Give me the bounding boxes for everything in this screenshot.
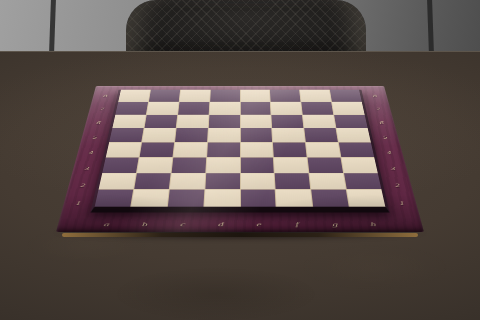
- square-c7[interactable]: [178, 102, 209, 114]
- file-label-a: a: [87, 220, 127, 228]
- square-g3[interactable]: [308, 157, 343, 172]
- square-a2[interactable]: [99, 173, 136, 189]
- file-label-g: g: [316, 220, 355, 228]
- square-f3[interactable]: [274, 157, 308, 172]
- square-a3[interactable]: [102, 157, 138, 172]
- file-labels-bottom: abcdefgh: [87, 220, 393, 228]
- square-g6[interactable]: [303, 115, 336, 128]
- square-b8[interactable]: [149, 90, 180, 102]
- board-frame: 87654321 87654321 abcdefgh: [56, 86, 424, 232]
- square-f7[interactable]: [271, 102, 302, 114]
- square-h5[interactable]: [337, 128, 371, 142]
- file-label-b: b: [125, 220, 164, 228]
- file-label-c: c: [163, 220, 202, 228]
- square-h3[interactable]: [341, 157, 377, 172]
- rank-label-right-8: 8: [365, 90, 386, 103]
- square-f5[interactable]: [272, 128, 305, 142]
- square-g5[interactable]: [304, 128, 338, 142]
- square-c6[interactable]: [176, 115, 208, 128]
- square-a4[interactable]: [106, 143, 141, 157]
- square-f1[interactable]: [276, 190, 312, 207]
- square-d8[interactable]: [210, 90, 240, 102]
- square-e8[interactable]: [240, 90, 270, 102]
- square-c4[interactable]: [173, 143, 207, 157]
- board-platform: [90, 90, 389, 213]
- chair-back: [126, 0, 366, 53]
- square-g1[interactable]: [311, 190, 348, 207]
- rank-label-left-6: 6: [87, 116, 109, 130]
- file-label-f: f: [278, 220, 317, 228]
- rank-label-left-8: 8: [95, 90, 116, 103]
- square-h2[interactable]: [344, 173, 381, 189]
- square-b6[interactable]: [144, 115, 177, 128]
- square-f4[interactable]: [273, 143, 307, 157]
- square-b5[interactable]: [142, 128, 176, 142]
- square-h4[interactable]: [339, 143, 374, 157]
- square-b1[interactable]: [131, 190, 168, 207]
- photo-scene: 87654321 87654321 abcdefgh: [0, 0, 480, 320]
- square-a8[interactable]: [118, 90, 150, 102]
- rank-label-right-3: 3: [381, 160, 405, 176]
- square-e1[interactable]: [240, 190, 275, 207]
- rank-label-left-1: 1: [65, 194, 91, 212]
- square-d6[interactable]: [208, 115, 239, 128]
- rank-label-left-3: 3: [75, 160, 99, 176]
- rank-label-left-7: 7: [91, 102, 112, 115]
- rank-label-right-7: 7: [368, 102, 389, 115]
- square-d3[interactable]: [206, 157, 240, 172]
- chessboard: 87654321 87654321 abcdefgh: [56, 86, 424, 232]
- square-h7[interactable]: [332, 102, 365, 114]
- file-label-d: d: [202, 220, 240, 228]
- square-c8[interactable]: [179, 90, 209, 102]
- file-label-h: h: [353, 220, 393, 228]
- file-label-e: e: [240, 220, 278, 228]
- square-h1[interactable]: [347, 190, 385, 207]
- square-d7[interactable]: [209, 102, 239, 114]
- rank-label-right-1: 1: [389, 194, 415, 212]
- square-b2[interactable]: [134, 173, 170, 189]
- square-f8[interactable]: [270, 90, 300, 102]
- square-a1[interactable]: [95, 190, 133, 207]
- background-wall: [0, 0, 480, 53]
- square-d1[interactable]: [204, 190, 239, 207]
- rank-label-left-2: 2: [70, 177, 95, 194]
- square-b3[interactable]: [137, 157, 172, 172]
- square-c1[interactable]: [168, 190, 204, 207]
- square-e5[interactable]: [240, 128, 272, 142]
- square-g7[interactable]: [301, 102, 333, 114]
- rank-label-right-4: 4: [377, 145, 400, 161]
- square-f2[interactable]: [275, 173, 310, 189]
- square-e6[interactable]: [240, 115, 271, 128]
- square-e7[interactable]: [240, 102, 270, 114]
- rank-label-right-5: 5: [374, 130, 397, 145]
- square-h6[interactable]: [334, 115, 367, 128]
- square-e4[interactable]: [240, 143, 273, 157]
- square-g8[interactable]: [300, 90, 331, 102]
- square-d2[interactable]: [205, 173, 240, 189]
- rank-label-left-4: 4: [79, 145, 102, 161]
- rank-label-right-6: 6: [371, 116, 393, 130]
- square-a5[interactable]: [109, 128, 143, 142]
- board-grid: [95, 90, 386, 207]
- square-c5[interactable]: [175, 128, 208, 142]
- square-c2[interactable]: [170, 173, 205, 189]
- chair-leg-left: [49, 0, 56, 53]
- chair-leg-right: [427, 0, 434, 53]
- square-b4[interactable]: [140, 143, 174, 157]
- square-h8[interactable]: [330, 90, 362, 102]
- square-a6[interactable]: [112, 115, 145, 128]
- square-e2[interactable]: [240, 173, 275, 189]
- square-d5[interactable]: [208, 128, 240, 142]
- square-g2[interactable]: [310, 173, 346, 189]
- square-a7[interactable]: [115, 102, 148, 114]
- rank-label-left-5: 5: [83, 130, 106, 145]
- square-e3[interactable]: [240, 157, 274, 172]
- rank-label-right-2: 2: [385, 177, 410, 194]
- square-f6[interactable]: [272, 115, 304, 128]
- board-base-edge: [62, 233, 418, 237]
- square-b7[interactable]: [147, 102, 179, 114]
- square-d4[interactable]: [207, 143, 240, 157]
- square-c3[interactable]: [171, 157, 205, 172]
- square-g4[interactable]: [306, 143, 340, 157]
